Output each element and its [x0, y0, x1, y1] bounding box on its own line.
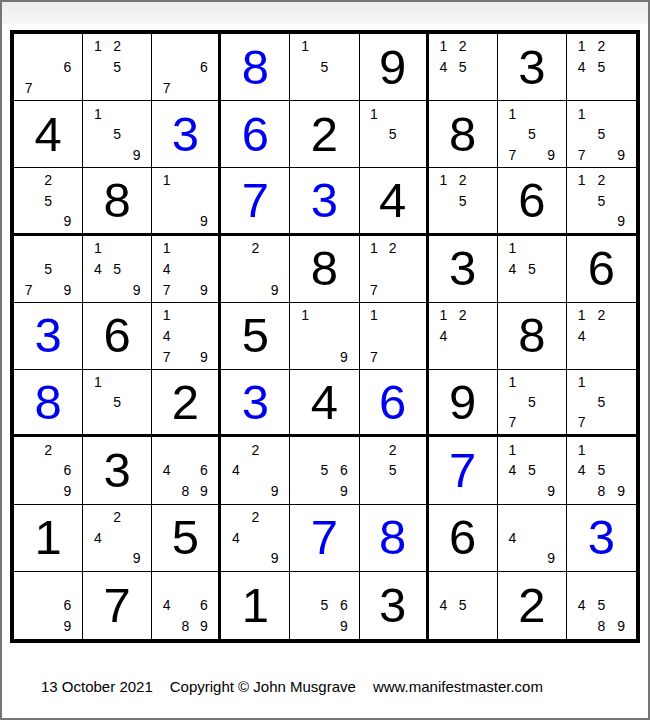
- candidate-digit: 2: [453, 170, 472, 190]
- candidate-digit: [522, 527, 541, 548]
- candidate-digit: 2: [246, 238, 265, 259]
- cell-r9c8[interactable]: 2: [498, 572, 567, 639]
- cell-r5c2[interactable]: 6: [83, 303, 152, 370]
- candidate-digit: [315, 481, 334, 502]
- cell-r2c7[interactable]: 8: [429, 101, 498, 168]
- cell-r1c2[interactable]: 125: [83, 34, 152, 101]
- candidate-digit: 1: [365, 305, 384, 326]
- cell-r1c8[interactable]: 3: [498, 34, 567, 101]
- candidate-digit: [522, 412, 541, 432]
- candidate-digit: [127, 103, 146, 124]
- candidate-digit: [472, 346, 491, 367]
- cell-r5c5[interactable]: 19: [290, 303, 359, 370]
- candidate-grid: 157: [572, 372, 631, 432]
- candidate-digit: [453, 211, 472, 231]
- candidate-digit: 6: [58, 460, 77, 481]
- cell-r9c6[interactable]: 3: [360, 572, 429, 639]
- candidate-digit: [88, 145, 107, 166]
- given-digit: 8: [290, 236, 358, 302]
- candidate-digit: 7: [157, 346, 176, 367]
- candidate-digit: [38, 460, 57, 481]
- candidate-digit: [503, 392, 522, 412]
- candidate-digit: 7: [19, 279, 38, 300]
- candidate-grid: 15: [295, 36, 353, 98]
- candidate-digit: 7: [503, 412, 522, 432]
- candidate-digit: 9: [542, 548, 561, 569]
- candidate-grid: 125: [434, 170, 492, 230]
- candidate-digit: [127, 507, 146, 528]
- candidate-digit: 8: [592, 481, 612, 502]
- candidate-digit: [592, 372, 612, 392]
- candidate-digit: 4: [503, 258, 522, 279]
- candidate-digit: [295, 346, 314, 367]
- solved-digit: 3: [221, 370, 289, 434]
- footer-copyright: Copyright © John Musgrave: [170, 678, 356, 695]
- candidate-digit: [226, 279, 245, 300]
- candidate-digit: 5: [107, 392, 126, 412]
- cell-r3c2[interactable]: 8: [83, 168, 152, 235]
- candidate-grid: 259: [19, 170, 77, 230]
- solved-digit: 8: [360, 505, 426, 571]
- candidate-digit: [226, 481, 245, 502]
- candidate-digit: [365, 145, 384, 166]
- candidate-digit: 4: [157, 460, 176, 481]
- candidate-digit: [127, 392, 146, 412]
- candidate-digit: [611, 36, 631, 57]
- candidate-digit: [453, 77, 472, 98]
- candidate-digit: [157, 439, 176, 460]
- candidate-digit: 4: [88, 527, 107, 548]
- candidate-grid: 29: [226, 238, 284, 300]
- candidate-digit: [572, 481, 592, 502]
- cell-r2c5[interactable]: 2: [290, 101, 359, 168]
- candidate-grid: 15: [88, 372, 146, 432]
- candidate-digit: 4: [434, 595, 453, 616]
- cell-r8c7[interactable]: 6: [429, 505, 498, 572]
- candidate-digit: [365, 124, 384, 145]
- candidate-digit: [176, 238, 195, 259]
- candidate-digit: 7: [572, 412, 592, 432]
- candidate-digit: [176, 305, 195, 326]
- candidate-digit: 1: [157, 238, 176, 259]
- candidate-digit: [434, 77, 453, 98]
- candidate-digit: 1: [503, 372, 522, 392]
- cell-r1c5[interactable]: 15: [290, 34, 359, 101]
- candidate-grid: 145: [503, 238, 561, 300]
- cell-r8c6[interactable]: 8: [360, 505, 429, 572]
- cell-r7c1[interactable]: 269: [14, 437, 83, 504]
- candidate-grid: 4589: [572, 574, 631, 637]
- candidate-digit: [542, 527, 561, 548]
- cell-r8c3[interactable]: 5: [152, 505, 221, 572]
- candidate-digit: [157, 211, 176, 231]
- candidate-digit: [383, 258, 402, 279]
- candidate-digit: [542, 412, 561, 432]
- candidate-digit: 5: [315, 57, 334, 78]
- candidate-digit: [365, 460, 384, 481]
- candidate-digit: 4: [503, 460, 522, 481]
- cell-r6c1[interactable]: 8: [14, 370, 83, 437]
- cell-r4c5[interactable]: 8: [290, 236, 359, 303]
- candidate-digit: [38, 481, 57, 502]
- candidate-digit: 4: [572, 326, 592, 347]
- candidate-digit: [572, 346, 592, 367]
- candidate-digit: [246, 258, 265, 279]
- cell-r7c4[interactable]: 249: [221, 437, 290, 504]
- cell-r2c2[interactable]: 159: [83, 101, 152, 168]
- candidate-digit: [522, 145, 541, 166]
- cell-r7c9[interactable]: 14589: [567, 437, 636, 504]
- candidate-digit: 1: [365, 238, 384, 259]
- candidate-digit: [542, 124, 561, 145]
- candidate-digit: 8: [592, 616, 612, 637]
- candidate-digit: 9: [58, 616, 77, 637]
- cell-r8c9[interactable]: 3: [567, 505, 636, 572]
- cell-r1c6[interactable]: 9: [360, 34, 429, 101]
- cell-r6c2[interactable]: 15: [83, 370, 152, 437]
- cell-r5c8[interactable]: 8: [498, 303, 567, 370]
- cell-r4c6[interactable]: 127: [360, 236, 429, 303]
- cell-r9c9[interactable]: 4589: [567, 572, 636, 639]
- candidate-digit: [542, 258, 561, 279]
- candidate-digit: [592, 412, 612, 432]
- cell-r2c9[interactable]: 1579: [567, 101, 636, 168]
- cell-r3c9[interactable]: 1259: [567, 168, 636, 235]
- candidate-digit: [472, 326, 491, 347]
- candidate-digit: [226, 548, 245, 569]
- candidate-digit: [226, 439, 245, 460]
- cell-r3c5[interactable]: 3: [290, 168, 359, 235]
- candidate-digit: [195, 305, 214, 326]
- candidate-grid: 1459: [88, 238, 146, 300]
- candidate-digit: [542, 507, 561, 528]
- candidate-digit: [611, 372, 631, 392]
- candidate-digit: 2: [592, 170, 612, 190]
- cell-r2c3[interactable]: 3: [152, 101, 221, 168]
- cell-r9c5[interactable]: 569: [290, 572, 359, 639]
- cell-r4c7[interactable]: 3: [429, 236, 498, 303]
- candidate-digit: [383, 103, 402, 124]
- given-digit: 3: [429, 236, 497, 302]
- candidate-digit: [176, 258, 195, 279]
- cell-r9c1[interactable]: 69: [14, 572, 83, 639]
- candidate-digit: [19, 616, 38, 637]
- candidate-digit: [611, 595, 631, 616]
- solved-digit: 7: [221, 168, 289, 232]
- candidate-digit: [315, 346, 334, 367]
- cell-r5c9[interactable]: 124: [567, 303, 636, 370]
- cell-r1c4[interactable]: 8: [221, 34, 290, 101]
- candidate-digit: [246, 279, 265, 300]
- given-digit: 2: [498, 572, 566, 639]
- cell-r2c8[interactable]: 1579: [498, 101, 567, 168]
- candidate-digit: [246, 481, 265, 502]
- candidate-digit: [611, 412, 631, 432]
- cell-r6c5[interactable]: 4: [290, 370, 359, 437]
- cell-r9c3[interactable]: 4689: [152, 572, 221, 639]
- candidate-digit: [265, 258, 284, 279]
- candidate-grid: 157: [503, 372, 561, 432]
- cell-r2c1[interactable]: 4: [14, 101, 83, 168]
- cell-r5c3[interactable]: 1479: [152, 303, 221, 370]
- candidate-digit: 7: [503, 145, 522, 166]
- candidate-digit: [611, 326, 631, 347]
- cell-r8c8[interactable]: 49: [498, 505, 567, 572]
- candidate-digit: 4: [88, 258, 107, 279]
- candidate-digit: [127, 238, 146, 259]
- given-digit: 6: [429, 505, 497, 571]
- candidate-digit: 2: [383, 238, 402, 259]
- cell-r2c4[interactable]: 6: [221, 101, 290, 168]
- candidate-digit: 4: [572, 460, 592, 481]
- candidate-digit: [19, 36, 38, 57]
- given-digit: 1: [221, 572, 289, 639]
- cell-r1c7[interactable]: 1245: [429, 34, 498, 101]
- cell-r6c4[interactable]: 3: [221, 370, 290, 437]
- candidate-digit: [453, 326, 472, 347]
- candidate-digit: [19, 460, 38, 481]
- candidate-digit: 5: [592, 57, 612, 78]
- cell-r4c8[interactable]: 145: [498, 236, 567, 303]
- candidate-digit: 1: [572, 103, 592, 124]
- candidate-digit: 1: [503, 103, 522, 124]
- candidate-digit: [176, 439, 195, 460]
- candidate-digit: [127, 412, 146, 432]
- given-digit: 9: [360, 34, 426, 100]
- cell-r3c6[interactable]: 4: [360, 168, 429, 235]
- candidate-digit: [195, 170, 214, 190]
- candidate-digit: 1: [503, 238, 522, 259]
- candidate-digit: [503, 548, 522, 569]
- cell-r7c6[interactable]: 25: [360, 437, 429, 504]
- candidate-digit: 2: [107, 507, 126, 528]
- cell-r4c2[interactable]: 1459: [83, 236, 152, 303]
- candidate-digit: [315, 77, 334, 98]
- candidate-digit: [402, 326, 421, 347]
- candidate-digit: [611, 574, 631, 595]
- cell-r6c9[interactable]: 157: [567, 370, 636, 437]
- candidate-digit: [402, 258, 421, 279]
- cell-r7c3[interactable]: 4689: [152, 437, 221, 504]
- candidate-digit: [176, 326, 195, 347]
- candidate-grid: 1579: [572, 103, 631, 165]
- candidate-digit: [127, 527, 146, 548]
- candidate-grid: 4689: [157, 574, 213, 637]
- candidate-digit: [107, 548, 126, 569]
- candidate-digit: [265, 238, 284, 259]
- candidate-digit: [383, 481, 402, 502]
- cell-r4c4[interactable]: 29: [221, 236, 290, 303]
- given-digit: 3: [360, 572, 426, 639]
- cell-r7c5[interactable]: 569: [290, 437, 359, 504]
- candidate-digit: [434, 616, 453, 637]
- cell-r7c2[interactable]: 3: [83, 437, 152, 504]
- candidate-digit: 1: [572, 305, 592, 326]
- candidate-digit: [107, 77, 126, 98]
- candidate-digit: 8: [176, 616, 195, 637]
- cell-r2c6[interactable]: 15: [360, 101, 429, 168]
- candidate-digit: [195, 36, 214, 57]
- candidate-grid: 1479: [157, 305, 213, 367]
- candidate-digit: [295, 574, 314, 595]
- candidate-digit: 7: [19, 77, 38, 98]
- candidate-digit: [365, 481, 384, 502]
- candidate-digit: [592, 574, 612, 595]
- candidate-grid: 4689: [157, 439, 213, 501]
- candidate-digit: [383, 145, 402, 166]
- cell-r5c7[interactable]: 124: [429, 303, 498, 370]
- candidate-digit: 5: [38, 191, 57, 211]
- candidate-digit: [195, 191, 214, 211]
- candidate-digit: [334, 36, 353, 57]
- sudoku-board: 6712567815912453124541593621581579157925…: [10, 30, 640, 643]
- candidate-digit: [592, 439, 612, 460]
- candidate-digit: [383, 279, 402, 300]
- candidate-digit: [572, 616, 592, 637]
- candidate-grid: 17: [365, 305, 421, 367]
- candidate-digit: 1: [434, 305, 453, 326]
- candidate-digit: [19, 595, 38, 616]
- given-digit: 5: [152, 505, 218, 571]
- candidate-digit: [542, 279, 561, 300]
- cell-r8c5[interactable]: 7: [290, 505, 359, 572]
- candidate-digit: [38, 36, 57, 57]
- cell-r1c1[interactable]: 67: [14, 34, 83, 101]
- candidate-digit: 5: [38, 258, 57, 279]
- candidate-digit: [295, 595, 314, 616]
- cell-r4c9[interactable]: 6: [567, 236, 636, 303]
- candidate-digit: [157, 574, 176, 595]
- candidate-grid: 19: [157, 170, 213, 230]
- candidate-digit: 5: [592, 392, 612, 412]
- cell-r1c3[interactable]: 67: [152, 34, 221, 101]
- candidate-digit: 9: [127, 548, 146, 569]
- candidate-digit: 1: [572, 372, 592, 392]
- cell-r9c4[interactable]: 1: [221, 572, 290, 639]
- candidate-digit: [38, 77, 57, 98]
- candidate-digit: [107, 279, 126, 300]
- candidate-digit: [127, 258, 146, 279]
- cell-r4c3[interactable]: 1479: [152, 236, 221, 303]
- candidate-digit: [453, 616, 472, 637]
- candidate-digit: [107, 527, 126, 548]
- candidate-digit: 1: [88, 36, 107, 57]
- footer-date: 13 October 2021: [41, 678, 153, 695]
- candidate-digit: [334, 574, 353, 595]
- candidate-digit: [315, 36, 334, 57]
- candidate-digit: [88, 412, 107, 432]
- cell-r3c4[interactable]: 7: [221, 168, 290, 235]
- candidate-digit: [592, 346, 612, 367]
- candidate-digit: [522, 238, 541, 259]
- solved-digit: 8: [14, 370, 82, 434]
- candidate-digit: 7: [365, 279, 384, 300]
- candidate-digit: 9: [611, 481, 631, 502]
- candidate-digit: [19, 574, 38, 595]
- candidate-digit: [334, 57, 353, 78]
- candidate-digit: 9: [542, 481, 561, 502]
- candidate-digit: [453, 346, 472, 367]
- candidate-digit: [19, 439, 38, 460]
- cell-r7c7[interactable]: 7: [429, 437, 498, 504]
- candidate-digit: 4: [503, 527, 522, 548]
- candidate-digit: [522, 279, 541, 300]
- candidate-digit: [434, 346, 453, 367]
- candidate-digit: [38, 211, 57, 231]
- cell-r9c2[interactable]: 7: [83, 572, 152, 639]
- cell-r6c6[interactable]: 6: [360, 370, 429, 437]
- candidate-digit: [472, 595, 491, 616]
- candidate-grid: 1245: [572, 36, 631, 98]
- candidate-digit: 1: [157, 305, 176, 326]
- cell-r8c4[interactable]: 249: [221, 505, 290, 572]
- candidate-digit: 9: [127, 145, 146, 166]
- cell-r5c1[interactable]: 3: [14, 303, 83, 370]
- candidate-digit: 9: [195, 481, 214, 502]
- candidate-digit: [127, 77, 146, 98]
- candidate-digit: 6: [334, 460, 353, 481]
- candidate-grid: 19: [295, 305, 353, 367]
- cell-r5c6[interactable]: 17: [360, 303, 429, 370]
- candidate-digit: [315, 439, 334, 460]
- cell-r3c7[interactable]: 125: [429, 168, 498, 235]
- candidate-digit: [246, 460, 265, 481]
- candidate-digit: [19, 481, 38, 502]
- candidate-digit: [88, 124, 107, 145]
- cell-r5c4[interactable]: 5: [221, 303, 290, 370]
- cell-r6c7[interactable]: 9: [429, 370, 498, 437]
- candidate-digit: 1: [434, 170, 453, 190]
- candidate-digit: [472, 616, 491, 637]
- candidate-digit: 2: [592, 36, 612, 57]
- cell-r3c8[interactable]: 6: [498, 168, 567, 235]
- cell-r4c1[interactable]: 579: [14, 236, 83, 303]
- candidate-digit: [295, 326, 314, 347]
- candidate-digit: 1: [88, 103, 107, 124]
- candidate-digit: [19, 57, 38, 78]
- candidate-digit: [19, 170, 38, 190]
- cell-r1c9[interactable]: 1245: [567, 34, 636, 101]
- candidate-digit: 4: [226, 460, 245, 481]
- cell-r6c3[interactable]: 2: [152, 370, 221, 437]
- given-digit: 4: [14, 101, 82, 167]
- candidate-digit: 7: [157, 279, 176, 300]
- candidate-digit: [315, 305, 334, 326]
- cell-r6c8[interactable]: 157: [498, 370, 567, 437]
- candidate-digit: [107, 412, 126, 432]
- candidate-grid: 569: [295, 439, 353, 501]
- candidate-digit: [611, 103, 631, 124]
- candidate-digit: [334, 326, 353, 347]
- candidate-digit: 9: [265, 279, 284, 300]
- candidate-digit: [195, 326, 214, 347]
- candidate-digit: 2: [107, 36, 126, 57]
- cell-r3c1[interactable]: 259: [14, 168, 83, 235]
- cell-r8c2[interactable]: 249: [83, 505, 152, 572]
- solved-digit: 3: [290, 168, 358, 232]
- candidate-digit: [195, 574, 214, 595]
- given-digit: 8: [498, 303, 566, 369]
- cell-r3c3[interactable]: 19: [152, 168, 221, 235]
- cell-r7c8[interactable]: 1459: [498, 437, 567, 504]
- cell-r9c7[interactable]: 45: [429, 572, 498, 639]
- candidate-grid: 1259: [572, 170, 631, 230]
- cell-r8c1[interactable]: 1: [14, 505, 83, 572]
- candidate-digit: [611, 460, 631, 481]
- candidate-digit: [434, 191, 453, 211]
- candidate-digit: [246, 527, 265, 548]
- candidate-digit: [434, 211, 453, 231]
